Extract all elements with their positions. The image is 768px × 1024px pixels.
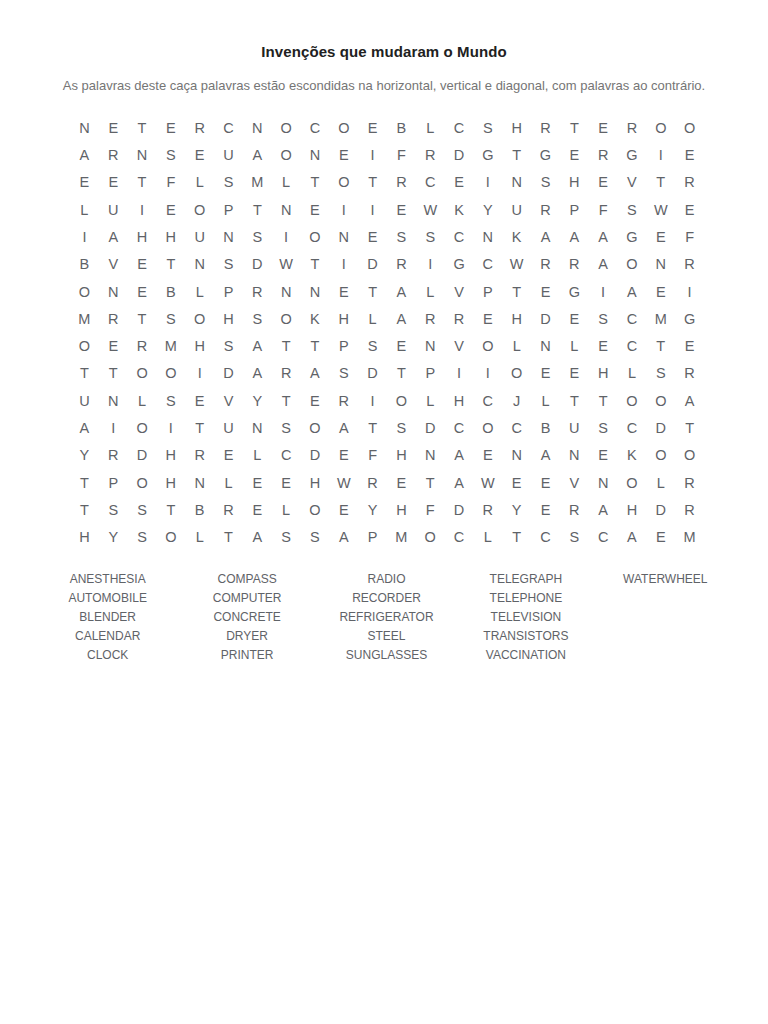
grid-cell: V bbox=[99, 251, 128, 278]
grid-cell: F bbox=[675, 223, 704, 250]
grid-cell: V bbox=[214, 387, 243, 414]
grid-cell: O bbox=[502, 360, 531, 387]
grid-cell: R bbox=[560, 496, 589, 523]
word-list-item: CLOCK bbox=[38, 646, 177, 665]
grid-cell: R bbox=[560, 251, 589, 278]
grid-cell: S bbox=[214, 169, 243, 196]
word-list-item: DRYER bbox=[177, 627, 316, 646]
grid-cell: E bbox=[329, 278, 358, 305]
grid-cell: T bbox=[272, 387, 301, 414]
grid-cell: R bbox=[272, 360, 301, 387]
grid-cell: O bbox=[272, 114, 301, 141]
grid-cell: N bbox=[416, 333, 445, 360]
grid-cell: A bbox=[70, 141, 99, 168]
grid-cell: T bbox=[156, 251, 185, 278]
grid-cell: I bbox=[70, 223, 99, 250]
grid-cell: H bbox=[156, 442, 185, 469]
word-list-item: CONCRETE bbox=[177, 608, 316, 627]
grid-cell: P bbox=[214, 278, 243, 305]
grid-cell: L bbox=[214, 469, 243, 496]
grid-cell: D bbox=[214, 360, 243, 387]
grid-cell: T bbox=[128, 169, 157, 196]
grid-cell: A bbox=[387, 305, 416, 332]
grid-cell: S bbox=[272, 524, 301, 551]
grid-cell: L bbox=[531, 387, 560, 414]
grid-cell: H bbox=[214, 305, 243, 332]
grid-cell: H bbox=[560, 169, 589, 196]
grid-cell: U bbox=[185, 223, 214, 250]
grid-cell: H bbox=[387, 496, 416, 523]
grid-cell: M bbox=[646, 305, 675, 332]
grid-cell: E bbox=[358, 223, 387, 250]
grid-cell: F bbox=[358, 442, 387, 469]
grid-cell: E bbox=[185, 141, 214, 168]
grid-cell: N bbox=[243, 114, 272, 141]
grid-cell: C bbox=[445, 114, 474, 141]
grid-cell: S bbox=[618, 196, 647, 223]
grid-cell: L bbox=[70, 196, 99, 223]
grid-cell: F bbox=[387, 141, 416, 168]
grid-cell: E bbox=[589, 169, 618, 196]
grid-cell: T bbox=[301, 333, 330, 360]
grid-cell: A bbox=[675, 387, 704, 414]
grid-cell: S bbox=[301, 524, 330, 551]
grid-cell: H bbox=[502, 305, 531, 332]
grid-cell: O bbox=[70, 333, 99, 360]
word-list-item: RADIO bbox=[317, 570, 456, 589]
grid-cell: E bbox=[502, 469, 531, 496]
grid-cell: E bbox=[589, 442, 618, 469]
grid-cell: O bbox=[387, 387, 416, 414]
word-list-column: WATERWHEEL bbox=[596, 570, 735, 589]
grid-cell: G bbox=[445, 251, 474, 278]
grid-cell: E bbox=[185, 387, 214, 414]
grid-cell: R bbox=[445, 305, 474, 332]
word-list-column: RADIORECORDERREFRIGERATORSTEELSUNGLASSES bbox=[317, 570, 456, 665]
grid-cell: P bbox=[214, 196, 243, 223]
grid-cell: A bbox=[589, 223, 618, 250]
grid-cell: H bbox=[387, 442, 416, 469]
word-list-item: WATERWHEEL bbox=[596, 570, 735, 589]
grid-cell: O bbox=[272, 141, 301, 168]
grid-cell: I bbox=[473, 169, 502, 196]
grid-cell: E bbox=[646, 278, 675, 305]
grid-cell: L bbox=[416, 278, 445, 305]
grid-cell: R bbox=[185, 114, 214, 141]
grid-cell: M bbox=[387, 524, 416, 551]
grid-cell: W bbox=[329, 469, 358, 496]
grid-cell: E bbox=[128, 251, 157, 278]
grid-cell: N bbox=[243, 414, 272, 441]
grid-cell: O bbox=[618, 251, 647, 278]
grid-cell: T bbox=[358, 169, 387, 196]
grid-cell: R bbox=[675, 169, 704, 196]
grid-cell: N bbox=[99, 387, 128, 414]
grid-cell: T bbox=[70, 469, 99, 496]
grid-cell: L bbox=[358, 305, 387, 332]
grid-cell: S bbox=[243, 305, 272, 332]
grid-cell: M bbox=[675, 524, 704, 551]
grid-cell: S bbox=[156, 141, 185, 168]
grid-cell: M bbox=[156, 333, 185, 360]
grid-cell: A bbox=[243, 360, 272, 387]
grid-cell: E bbox=[675, 333, 704, 360]
grid-cell: N bbox=[301, 278, 330, 305]
grid-cell: E bbox=[675, 141, 704, 168]
grid-cell: C bbox=[445, 223, 474, 250]
grid-cell: C bbox=[618, 333, 647, 360]
grid-cell: T bbox=[301, 169, 330, 196]
grid-cell: E bbox=[243, 496, 272, 523]
grid-cell: N bbox=[473, 223, 502, 250]
word-list-item: REFRIGERATOR bbox=[317, 608, 456, 627]
grid-cell: P bbox=[416, 360, 445, 387]
grid-cell: C bbox=[473, 251, 502, 278]
grid-cell: O bbox=[675, 442, 704, 469]
grid-cell: W bbox=[502, 251, 531, 278]
grid-cell: H bbox=[445, 387, 474, 414]
grid-cell: S bbox=[128, 524, 157, 551]
grid-cell: A bbox=[329, 414, 358, 441]
grid-cell: S bbox=[589, 414, 618, 441]
grid-cell: E bbox=[646, 223, 675, 250]
grid-cell: D bbox=[445, 141, 474, 168]
grid-cell: V bbox=[445, 333, 474, 360]
grid-cell: O bbox=[329, 169, 358, 196]
grid-cell: H bbox=[70, 524, 99, 551]
grid-cell: E bbox=[560, 360, 589, 387]
grid-cell: O bbox=[185, 196, 214, 223]
grid-cell: T bbox=[646, 169, 675, 196]
grid-cell: I bbox=[416, 251, 445, 278]
grid-cell: R bbox=[416, 141, 445, 168]
grid-cell: C bbox=[618, 305, 647, 332]
grid-cell: O bbox=[646, 442, 675, 469]
puzzle-title: Invenções que mudaram o Mundo bbox=[0, 43, 768, 60]
grid-cell: A bbox=[618, 278, 647, 305]
grid-cell: G bbox=[560, 278, 589, 305]
grid-cell: W bbox=[646, 196, 675, 223]
grid-cell: V bbox=[618, 169, 647, 196]
grid-cell: E bbox=[329, 496, 358, 523]
grid-cell: O bbox=[301, 496, 330, 523]
grid-cell: R bbox=[531, 196, 560, 223]
grid-cell: Y bbox=[99, 524, 128, 551]
grid-cell: I bbox=[646, 141, 675, 168]
grid-cell: Y bbox=[358, 496, 387, 523]
word-list-item: STEEL bbox=[317, 627, 456, 646]
grid-cell: G bbox=[618, 223, 647, 250]
word-list-column: TELEGRAPHTELEPHONETELEVISIONTRANSISTORSV… bbox=[456, 570, 595, 665]
grid-cell: R bbox=[387, 251, 416, 278]
grid-cell: T bbox=[416, 469, 445, 496]
grid-cell: E bbox=[156, 196, 185, 223]
grid-cell: I bbox=[329, 251, 358, 278]
grid-cell: E bbox=[387, 333, 416, 360]
grid-cell: R bbox=[358, 469, 387, 496]
grid-cell: N bbox=[502, 442, 531, 469]
grid-cell: S bbox=[128, 496, 157, 523]
grid-cell: I bbox=[675, 278, 704, 305]
grid-cell: G bbox=[531, 141, 560, 168]
word-search-grid: NETERCNOCOEBLCSHRTEROOARNSEUAONEIFRDGTGE… bbox=[70, 114, 704, 551]
grid-cell: E bbox=[589, 333, 618, 360]
grid-cell: E bbox=[301, 196, 330, 223]
grid-cell: R bbox=[99, 141, 128, 168]
grid-cell: M bbox=[70, 305, 99, 332]
grid-cell: S bbox=[272, 414, 301, 441]
grid-cell: W bbox=[473, 469, 502, 496]
grid-cell: O bbox=[156, 524, 185, 551]
grid-cell: R bbox=[99, 442, 128, 469]
grid-cell: L bbox=[473, 524, 502, 551]
grid-cell: O bbox=[185, 305, 214, 332]
grid-cell: E bbox=[70, 169, 99, 196]
grid-cell: L bbox=[128, 387, 157, 414]
grid-cell: L bbox=[646, 469, 675, 496]
grid-cell: R bbox=[387, 169, 416, 196]
grid-cell: E bbox=[560, 141, 589, 168]
grid-cell: N bbox=[99, 278, 128, 305]
grid-cell: L bbox=[416, 387, 445, 414]
grid-cell: N bbox=[502, 169, 531, 196]
grid-cell: C bbox=[416, 169, 445, 196]
grid-cell: T bbox=[156, 496, 185, 523]
grid-cell: A bbox=[70, 414, 99, 441]
grid-cell: A bbox=[560, 223, 589, 250]
grid-cell: E bbox=[99, 333, 128, 360]
grid-cell: A bbox=[329, 524, 358, 551]
grid-cell: R bbox=[675, 360, 704, 387]
grid-cell: K bbox=[445, 196, 474, 223]
grid-cell: E bbox=[387, 196, 416, 223]
grid-cell: A bbox=[589, 251, 618, 278]
grid-cell: U bbox=[214, 414, 243, 441]
grid-cell: R bbox=[589, 141, 618, 168]
grid-cell: S bbox=[531, 169, 560, 196]
grid-cell: L bbox=[272, 169, 301, 196]
grid-cell: T bbox=[589, 387, 618, 414]
grid-cell: O bbox=[473, 333, 502, 360]
grid-cell: L bbox=[185, 524, 214, 551]
word-list-item: CALENDAR bbox=[38, 627, 177, 646]
grid-cell: D bbox=[301, 442, 330, 469]
grid-cell: R bbox=[214, 496, 243, 523]
grid-cell: D bbox=[416, 414, 445, 441]
grid-cell: R bbox=[618, 114, 647, 141]
grid-cell: R bbox=[675, 469, 704, 496]
grid-cell: T bbox=[185, 414, 214, 441]
grid-cell: S bbox=[329, 360, 358, 387]
grid-cell: R bbox=[416, 305, 445, 332]
grid-cell: I bbox=[156, 414, 185, 441]
grid-cell: L bbox=[243, 442, 272, 469]
grid-cell: U bbox=[214, 141, 243, 168]
grid-cell: Y bbox=[70, 442, 99, 469]
grid-cell: P bbox=[473, 278, 502, 305]
grid-cell: I bbox=[99, 414, 128, 441]
grid-cell: R bbox=[531, 251, 560, 278]
grid-cell: N bbox=[589, 469, 618, 496]
grid-cell: E bbox=[329, 141, 358, 168]
grid-cell: H bbox=[502, 114, 531, 141]
grid-cell: S bbox=[416, 223, 445, 250]
grid-cell: A bbox=[531, 442, 560, 469]
grid-cell: N bbox=[531, 333, 560, 360]
grid-cell: A bbox=[243, 141, 272, 168]
grid-cell: O bbox=[128, 360, 157, 387]
grid-cell: E bbox=[675, 196, 704, 223]
grid-cell: E bbox=[156, 114, 185, 141]
grid-cell: A bbox=[99, 223, 128, 250]
grid-cell: W bbox=[416, 196, 445, 223]
grid-cell: I bbox=[128, 196, 157, 223]
grid-cell: E bbox=[531, 278, 560, 305]
grid-cell: R bbox=[675, 496, 704, 523]
grid-cell: T bbox=[358, 414, 387, 441]
grid-cell: S bbox=[99, 496, 128, 523]
puzzle-page: Invenções que mudaram o Mundo As palavra… bbox=[0, 0, 768, 1024]
grid-cell: I bbox=[358, 141, 387, 168]
grid-cell: T bbox=[387, 360, 416, 387]
grid-cell: N bbox=[128, 141, 157, 168]
grid-cell: A bbox=[531, 223, 560, 250]
grid-cell: I bbox=[358, 387, 387, 414]
grid-cell: I bbox=[329, 196, 358, 223]
grid-cell: U bbox=[99, 196, 128, 223]
grid-cell: E bbox=[445, 169, 474, 196]
grid-cell: Y bbox=[473, 196, 502, 223]
grid-cell: B bbox=[156, 278, 185, 305]
grid-cell: K bbox=[301, 305, 330, 332]
grid-cell: C bbox=[301, 114, 330, 141]
word-list-item: TELEVISION bbox=[456, 608, 595, 627]
word-list-item: TRANSISTORS bbox=[456, 627, 595, 646]
grid-cell: O bbox=[301, 223, 330, 250]
grid-cell: O bbox=[272, 305, 301, 332]
grid-cell: C bbox=[214, 114, 243, 141]
grid-cell: A bbox=[589, 496, 618, 523]
grid-cell: E bbox=[214, 442, 243, 469]
grid-cell: T bbox=[243, 196, 272, 223]
grid-cell: E bbox=[531, 360, 560, 387]
grid-cell: F bbox=[416, 496, 445, 523]
grid-cell: B bbox=[185, 496, 214, 523]
grid-cell: R bbox=[128, 333, 157, 360]
grid-cell: V bbox=[560, 469, 589, 496]
grid-cell: U bbox=[70, 387, 99, 414]
grid-cell: C bbox=[272, 442, 301, 469]
grid-cell: H bbox=[301, 469, 330, 496]
word-list-item: AUTOMOBILE bbox=[38, 589, 177, 608]
grid-cell: L bbox=[416, 114, 445, 141]
grid-cell: R bbox=[473, 496, 502, 523]
grid-cell: I bbox=[589, 278, 618, 305]
grid-cell: E bbox=[358, 114, 387, 141]
puzzle-instructions: As palavras deste caça palavras estão es… bbox=[0, 78, 768, 93]
grid-cell: L bbox=[185, 278, 214, 305]
grid-cell: P bbox=[560, 196, 589, 223]
grid-cell: R bbox=[675, 251, 704, 278]
grid-cell: O bbox=[618, 469, 647, 496]
grid-cell: O bbox=[646, 387, 675, 414]
grid-cell: O bbox=[156, 360, 185, 387]
grid-cell: H bbox=[589, 360, 618, 387]
grid-cell: N bbox=[646, 251, 675, 278]
word-list-item: RECORDER bbox=[317, 589, 456, 608]
word-list-item: PRINTER bbox=[177, 646, 316, 665]
grid-cell: L bbox=[618, 360, 647, 387]
grid-cell: A bbox=[243, 524, 272, 551]
word-list-item: TELEGRAPH bbox=[456, 570, 595, 589]
grid-cell: T bbox=[502, 524, 531, 551]
grid-cell: C bbox=[473, 387, 502, 414]
grid-cell: O bbox=[416, 524, 445, 551]
grid-cell: B bbox=[387, 114, 416, 141]
grid-cell: H bbox=[128, 223, 157, 250]
word-list-item: TELEPHONE bbox=[456, 589, 595, 608]
grid-cell: K bbox=[618, 442, 647, 469]
grid-cell: T bbox=[272, 333, 301, 360]
grid-cell: N bbox=[272, 196, 301, 223]
grid-cell: W bbox=[272, 251, 301, 278]
grid-cell: P bbox=[358, 524, 387, 551]
grid-cell: T bbox=[70, 360, 99, 387]
grid-cell: T bbox=[128, 114, 157, 141]
grid-cell: T bbox=[560, 114, 589, 141]
grid-cell: E bbox=[589, 114, 618, 141]
grid-cell: T bbox=[301, 251, 330, 278]
grid-cell: S bbox=[387, 414, 416, 441]
grid-cell: B bbox=[531, 414, 560, 441]
grid-cell: H bbox=[156, 223, 185, 250]
grid-cell: N bbox=[70, 114, 99, 141]
grid-cell: S bbox=[387, 223, 416, 250]
grid-cell: J bbox=[502, 387, 531, 414]
grid-cell: H bbox=[156, 469, 185, 496]
grid-cell: I bbox=[473, 360, 502, 387]
grid-cell: K bbox=[502, 223, 531, 250]
grid-cell: L bbox=[502, 333, 531, 360]
grid-cell: T bbox=[560, 387, 589, 414]
word-list-column: ANESTHESIAAUTOMOBILEBLENDERCALENDARCLOCK bbox=[38, 570, 177, 665]
grid-cell: D bbox=[646, 496, 675, 523]
grid-cell: I bbox=[185, 360, 214, 387]
word-list-item: VACCINATION bbox=[456, 646, 595, 665]
grid-cell: O bbox=[646, 114, 675, 141]
grid-cell: N bbox=[329, 223, 358, 250]
grid-cell: E bbox=[531, 469, 560, 496]
grid-cell: P bbox=[99, 469, 128, 496]
word-list-item: ANESTHESIA bbox=[38, 570, 177, 589]
grid-cell: C bbox=[531, 524, 560, 551]
grid-cell: E bbox=[329, 442, 358, 469]
grid-cell: T bbox=[502, 141, 531, 168]
grid-cell: D bbox=[646, 414, 675, 441]
grid-cell: T bbox=[128, 305, 157, 332]
grid-cell: D bbox=[531, 305, 560, 332]
grid-cell: S bbox=[214, 251, 243, 278]
grid-cell: E bbox=[387, 469, 416, 496]
grid-cell: L bbox=[560, 333, 589, 360]
grid-cell: T bbox=[70, 496, 99, 523]
grid-cell: S bbox=[473, 114, 502, 141]
grid-cell: F bbox=[156, 169, 185, 196]
grid-cell: B bbox=[70, 251, 99, 278]
grid-cell: L bbox=[272, 496, 301, 523]
grid-cell: T bbox=[214, 524, 243, 551]
grid-cell: O bbox=[301, 414, 330, 441]
